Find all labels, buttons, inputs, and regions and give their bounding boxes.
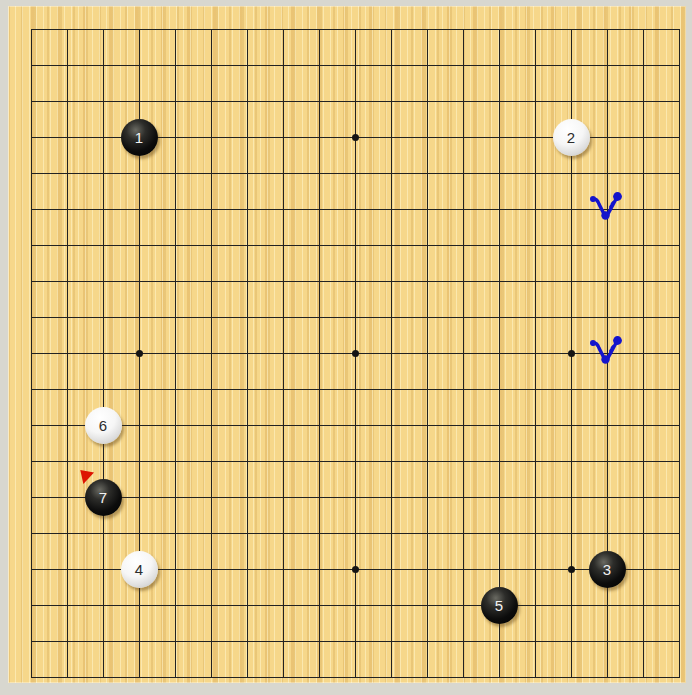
- board-intersection[interactable]: [445, 47, 481, 83]
- board-intersection[interactable]: [409, 83, 445, 119]
- board-intersection[interactable]: [301, 551, 337, 587]
- board-intersection[interactable]: [265, 479, 301, 515]
- board-intersection[interactable]: [517, 11, 553, 47]
- board-intersection[interactable]: [265, 227, 301, 263]
- board-intersection[interactable]: [589, 11, 625, 47]
- board-intersection[interactable]: [481, 515, 517, 551]
- board-intersection[interactable]: [13, 83, 49, 119]
- board-intersection[interactable]: [481, 227, 517, 263]
- board-intersection[interactable]: [85, 623, 121, 659]
- board-intersection[interactable]: [265, 587, 301, 623]
- board-intersection[interactable]: [337, 155, 373, 191]
- board-intersection[interactable]: [445, 83, 481, 119]
- board-intersection[interactable]: [373, 371, 409, 407]
- board-intersection[interactable]: [229, 443, 265, 479]
- board-intersection[interactable]: [337, 371, 373, 407]
- board-intersection[interactable]: [193, 407, 229, 443]
- board-intersection[interactable]: [661, 299, 692, 335]
- board-intersection[interactable]: [625, 263, 661, 299]
- board-intersection[interactable]: [553, 443, 589, 479]
- board-intersection[interactable]: [229, 119, 265, 155]
- board-intersection[interactable]: [373, 623, 409, 659]
- board-intersection[interactable]: [373, 47, 409, 83]
- board-intersection[interactable]: [409, 227, 445, 263]
- board-intersection[interactable]: [157, 623, 193, 659]
- board-intersection[interactable]: [301, 191, 337, 227]
- board-intersection[interactable]: [517, 623, 553, 659]
- stone-black-7[interactable]: 7: [85, 479, 122, 516]
- board-intersection[interactable]: [193, 47, 229, 83]
- board-intersection[interactable]: [481, 155, 517, 191]
- board-intersection[interactable]: [589, 263, 625, 299]
- board-intersection[interactable]: [49, 371, 85, 407]
- board-intersection[interactable]: [301, 587, 337, 623]
- board-intersection[interactable]: [553, 479, 589, 515]
- board-intersection[interactable]: [553, 155, 589, 191]
- board-intersection[interactable]: [13, 407, 49, 443]
- board-intersection[interactable]: [85, 299, 121, 335]
- board-intersection[interactable]: [49, 551, 85, 587]
- board-intersection[interactable]: [661, 47, 692, 83]
- board-intersection[interactable]: [229, 551, 265, 587]
- board-intersection[interactable]: [265, 335, 301, 371]
- board-intersection[interactable]: [85, 515, 121, 551]
- board-intersection[interactable]: [13, 263, 49, 299]
- board-intersection[interactable]: [121, 263, 157, 299]
- board-intersection[interactable]: [517, 263, 553, 299]
- board-intersection[interactable]: [85, 119, 121, 155]
- board-intersection[interactable]: [229, 227, 265, 263]
- board-intersection[interactable]: [373, 551, 409, 587]
- board-intersection[interactable]: [13, 443, 49, 479]
- board-intersection[interactable]: [265, 83, 301, 119]
- board-intersection[interactable]: [85, 551, 121, 587]
- board-intersection[interactable]: [481, 263, 517, 299]
- board-intersection[interactable]: [445, 227, 481, 263]
- board-intersection[interactable]: [337, 83, 373, 119]
- board-intersection[interactable]: [589, 191, 625, 227]
- board-intersection[interactable]: [661, 155, 692, 191]
- stone-black-5[interactable]: 5: [481, 587, 518, 624]
- board-intersection[interactable]: [85, 371, 121, 407]
- board-intersection[interactable]: [481, 407, 517, 443]
- board-intersection[interactable]: [13, 155, 49, 191]
- board-intersection[interactable]: [517, 227, 553, 263]
- board-intersection[interactable]: [13, 551, 49, 587]
- board-intersection[interactable]: [337, 407, 373, 443]
- stone-white-4[interactable]: 4: [121, 551, 158, 588]
- board-intersection[interactable]: [337, 515, 373, 551]
- board-intersection[interactable]: [661, 191, 692, 227]
- board-intersection[interactable]: [265, 371, 301, 407]
- board-intersection[interactable]: [157, 155, 193, 191]
- board-intersection[interactable]: [229, 515, 265, 551]
- board-intersection[interactable]: [445, 623, 481, 659]
- board-intersection[interactable]: [85, 587, 121, 623]
- board-intersection[interactable]: [121, 659, 157, 695]
- stone-white-6[interactable]: 6: [85, 407, 122, 444]
- board-intersection[interactable]: [373, 191, 409, 227]
- board-intersection[interactable]: [661, 479, 692, 515]
- board-intersection[interactable]: [481, 299, 517, 335]
- board-intersection[interactable]: [193, 11, 229, 47]
- board-intersection[interactable]: [337, 191, 373, 227]
- board-intersection[interactable]: [265, 623, 301, 659]
- board-intersection[interactable]: [193, 479, 229, 515]
- board-intersection[interactable]: [85, 443, 121, 479]
- board-intersection[interactable]: [265, 263, 301, 299]
- board-intersection[interactable]: [589, 407, 625, 443]
- board-intersection[interactable]: [13, 335, 49, 371]
- board-intersection[interactable]: [49, 155, 85, 191]
- board-intersection[interactable]: [301, 83, 337, 119]
- board-intersection[interactable]: [301, 299, 337, 335]
- board-intersection[interactable]: [481, 551, 517, 587]
- board-intersection[interactable]: [301, 623, 337, 659]
- board-intersection[interactable]: [193, 371, 229, 407]
- board-intersection[interactable]: [229, 623, 265, 659]
- board-intersection[interactable]: [661, 551, 692, 587]
- board-intersection[interactable]: [193, 227, 229, 263]
- board-intersection[interactable]: [229, 479, 265, 515]
- board-intersection[interactable]: [157, 479, 193, 515]
- board-intersection[interactable]: [409, 407, 445, 443]
- board-intersection[interactable]: [337, 47, 373, 83]
- board-intersection[interactable]: [625, 335, 661, 371]
- board-intersection[interactable]: [121, 479, 157, 515]
- board-intersection[interactable]: [481, 83, 517, 119]
- board-intersection[interactable]: [121, 371, 157, 407]
- board-intersection[interactable]: [445, 263, 481, 299]
- board-intersection[interactable]: [625, 587, 661, 623]
- board-intersection[interactable]: [625, 47, 661, 83]
- board-intersection[interactable]: [481, 659, 517, 695]
- board-intersection[interactable]: [49, 335, 85, 371]
- board-intersection[interactable]: [13, 227, 49, 263]
- board-intersection[interactable]: [121, 335, 157, 371]
- board-intersection[interactable]: [481, 623, 517, 659]
- board-intersection[interactable]: [13, 659, 49, 695]
- board-intersection[interactable]: [517, 551, 553, 587]
- board-intersection[interactable]: [589, 119, 625, 155]
- board-intersection[interactable]: [589, 299, 625, 335]
- board-intersection[interactable]: [625, 11, 661, 47]
- board-intersection[interactable]: [265, 47, 301, 83]
- board-intersection[interactable]: [589, 443, 625, 479]
- board-intersection[interactable]: [589, 155, 625, 191]
- board-intersection[interactable]: [229, 371, 265, 407]
- board-intersection[interactable]: [409, 119, 445, 155]
- board-intersection[interactable]: [157, 515, 193, 551]
- board-intersection[interactable]: [337, 119, 373, 155]
- board-intersection[interactable]: [589, 659, 625, 695]
- board-intersection[interactable]: [373, 299, 409, 335]
- board-intersection[interactable]: [661, 371, 692, 407]
- board-intersection[interactable]: [157, 443, 193, 479]
- stone-black-1[interactable]: 1: [121, 119, 158, 156]
- board-intersection[interactable]: [121, 623, 157, 659]
- board-intersection[interactable]: [13, 191, 49, 227]
- board-intersection[interactable]: [589, 335, 625, 371]
- board-intersection[interactable]: [373, 227, 409, 263]
- board-intersection[interactable]: [409, 155, 445, 191]
- board-intersection[interactable]: [553, 191, 589, 227]
- stone-white-2[interactable]: 2: [553, 119, 590, 156]
- board-intersection[interactable]: [625, 299, 661, 335]
- board-intersection[interactable]: [193, 299, 229, 335]
- board-intersection[interactable]: [301, 479, 337, 515]
- board-intersection[interactable]: [229, 407, 265, 443]
- board-intersection[interactable]: [517, 191, 553, 227]
- board-intersection[interactable]: [49, 47, 85, 83]
- board-intersection[interactable]: [445, 11, 481, 47]
- board-intersection[interactable]: [445, 371, 481, 407]
- board-intersection[interactable]: [13, 371, 49, 407]
- board-intersection[interactable]: [229, 47, 265, 83]
- board-intersection[interactable]: [121, 155, 157, 191]
- board-intersection[interactable]: [85, 83, 121, 119]
- board-intersection[interactable]: [445, 443, 481, 479]
- board-intersection[interactable]: [157, 11, 193, 47]
- board-intersection[interactable]: [301, 119, 337, 155]
- board-intersection[interactable]: [49, 623, 85, 659]
- board-intersection[interactable]: [121, 299, 157, 335]
- board-intersection[interactable]: [193, 515, 229, 551]
- board-intersection[interactable]: [157, 335, 193, 371]
- board-intersection[interactable]: [409, 659, 445, 695]
- board-intersection[interactable]: [553, 587, 589, 623]
- board-intersection[interactable]: [661, 335, 692, 371]
- board-intersection[interactable]: [625, 371, 661, 407]
- board-intersection[interactable]: [121, 407, 157, 443]
- board-intersection[interactable]: [49, 587, 85, 623]
- board-intersection[interactable]: [409, 515, 445, 551]
- board-intersection[interactable]: [409, 479, 445, 515]
- board-intersection[interactable]: [409, 299, 445, 335]
- board-intersection[interactable]: [85, 335, 121, 371]
- board-intersection[interactable]: [517, 119, 553, 155]
- board-intersection[interactable]: [589, 371, 625, 407]
- board-intersection[interactable]: [553, 551, 589, 587]
- board-intersection[interactable]: [301, 371, 337, 407]
- board-intersection[interactable]: [49, 299, 85, 335]
- board-intersection[interactable]: [85, 11, 121, 47]
- board-intersection[interactable]: [445, 407, 481, 443]
- board-intersection[interactable]: [409, 551, 445, 587]
- board-intersection[interactable]: [517, 335, 553, 371]
- board-intersection[interactable]: [481, 479, 517, 515]
- board-intersection[interactable]: [625, 551, 661, 587]
- board-intersection[interactable]: [13, 299, 49, 335]
- board-intersection[interactable]: [517, 47, 553, 83]
- board-intersection[interactable]: [373, 515, 409, 551]
- board-intersection[interactable]: [301, 11, 337, 47]
- board-intersection[interactable]: [157, 407, 193, 443]
- board-intersection[interactable]: [85, 659, 121, 695]
- board-intersection[interactable]: [373, 407, 409, 443]
- board-intersection[interactable]: [337, 551, 373, 587]
- board-intersection[interactable]: [265, 299, 301, 335]
- board-intersection[interactable]: [589, 515, 625, 551]
- board-intersection[interactable]: [409, 443, 445, 479]
- board-intersection[interactable]: [157, 587, 193, 623]
- board-intersection[interactable]: [157, 371, 193, 407]
- board-intersection[interactable]: [13, 587, 49, 623]
- board-intersection[interactable]: [49, 659, 85, 695]
- board-intersection[interactable]: [553, 407, 589, 443]
- board-intersection[interactable]: [13, 623, 49, 659]
- board-intersection[interactable]: [661, 11, 692, 47]
- board-intersection[interactable]: [373, 263, 409, 299]
- board-intersection[interactable]: [517, 587, 553, 623]
- board-intersection[interactable]: [121, 191, 157, 227]
- board-intersection[interactable]: [517, 659, 553, 695]
- board-intersection[interactable]: [229, 263, 265, 299]
- board-intersection[interactable]: [445, 299, 481, 335]
- board-intersection[interactable]: [193, 263, 229, 299]
- board-intersection[interactable]: [409, 263, 445, 299]
- board-intersection[interactable]: [661, 515, 692, 551]
- board-intersection[interactable]: [661, 587, 692, 623]
- board-intersection[interactable]: [121, 515, 157, 551]
- board-intersection[interactable]: [445, 551, 481, 587]
- board-intersection[interactable]: [661, 623, 692, 659]
- board-intersection[interactable]: [49, 11, 85, 47]
- board-intersection[interactable]: [157, 227, 193, 263]
- board-intersection[interactable]: [229, 83, 265, 119]
- board-intersection[interactable]: [553, 659, 589, 695]
- board-intersection[interactable]: [265, 407, 301, 443]
- board-intersection[interactable]: [301, 227, 337, 263]
- board-intersection[interactable]: [265, 155, 301, 191]
- board-intersection[interactable]: [49, 479, 85, 515]
- board-intersection[interactable]: [337, 11, 373, 47]
- board-intersection[interactable]: [337, 659, 373, 695]
- board-intersection[interactable]: [481, 191, 517, 227]
- board-intersection[interactable]: [265, 119, 301, 155]
- board-intersection[interactable]: [373, 443, 409, 479]
- board-intersection[interactable]: [13, 515, 49, 551]
- board-intersection[interactable]: [625, 191, 661, 227]
- board-intersection[interactable]: [661, 83, 692, 119]
- board-intersection[interactable]: [157, 191, 193, 227]
- board-intersection[interactable]: [445, 335, 481, 371]
- board-intersection[interactable]: [157, 263, 193, 299]
- board-intersection[interactable]: [49, 443, 85, 479]
- board-intersection[interactable]: [553, 11, 589, 47]
- board-intersection[interactable]: [445, 119, 481, 155]
- stone-black-3[interactable]: 3: [589, 551, 626, 588]
- board-intersection[interactable]: [85, 191, 121, 227]
- board-intersection[interactable]: [553, 47, 589, 83]
- board-intersection[interactable]: [481, 443, 517, 479]
- board-intersection[interactable]: [301, 443, 337, 479]
- board-intersection[interactable]: [229, 299, 265, 335]
- board-intersection[interactable]: [553, 299, 589, 335]
- board-intersection[interactable]: [517, 407, 553, 443]
- board-intersection[interactable]: [229, 191, 265, 227]
- board-intersection[interactable]: [157, 551, 193, 587]
- board-intersection[interactable]: [517, 299, 553, 335]
- board-intersection[interactable]: [229, 11, 265, 47]
- board-intersection[interactable]: [517, 515, 553, 551]
- board-intersection[interactable]: [625, 227, 661, 263]
- board-intersection[interactable]: [13, 479, 49, 515]
- board-intersection[interactable]: [85, 47, 121, 83]
- board-intersection[interactable]: [157, 659, 193, 695]
- board-intersection[interactable]: [445, 191, 481, 227]
- board-intersection[interactable]: [445, 587, 481, 623]
- board-intersection[interactable]: [121, 47, 157, 83]
- board-intersection[interactable]: [661, 407, 692, 443]
- board-intersection[interactable]: [517, 155, 553, 191]
- board-intersection[interactable]: [589, 47, 625, 83]
- board-intersection[interactable]: [301, 263, 337, 299]
- board-intersection[interactable]: [301, 47, 337, 83]
- board-intersection[interactable]: [409, 623, 445, 659]
- board-intersection[interactable]: [13, 119, 49, 155]
- board-intersection[interactable]: [157, 119, 193, 155]
- board-intersection[interactable]: [265, 659, 301, 695]
- board-intersection[interactable]: [373, 11, 409, 47]
- board-intersection[interactable]: [337, 335, 373, 371]
- board-intersection[interactable]: [409, 371, 445, 407]
- board-intersection[interactable]: [157, 299, 193, 335]
- board-intersection[interactable]: [337, 227, 373, 263]
- board-intersection[interactable]: [661, 659, 692, 695]
- board-intersection[interactable]: [517, 479, 553, 515]
- board-intersection[interactable]: [337, 587, 373, 623]
- board-intersection[interactable]: [301, 155, 337, 191]
- board-intersection[interactable]: [193, 623, 229, 659]
- board-intersection[interactable]: [121, 587, 157, 623]
- board-intersection[interactable]: [229, 587, 265, 623]
- board-intersection[interactable]: [265, 515, 301, 551]
- board-intersection[interactable]: [265, 551, 301, 587]
- board-intersection[interactable]: [553, 623, 589, 659]
- board-intersection[interactable]: [553, 227, 589, 263]
- board-intersection[interactable]: [445, 155, 481, 191]
- board-intersection[interactable]: [517, 443, 553, 479]
- board-intersection[interactable]: [337, 479, 373, 515]
- board-intersection[interactable]: [625, 83, 661, 119]
- board-intersection[interactable]: [625, 659, 661, 695]
- board-intersection[interactable]: [589, 479, 625, 515]
- board-intersection[interactable]: [229, 659, 265, 695]
- board-intersection[interactable]: [301, 335, 337, 371]
- board-intersection[interactable]: [337, 263, 373, 299]
- board-intersection[interactable]: [409, 191, 445, 227]
- board-intersection[interactable]: [229, 335, 265, 371]
- board-intersection[interactable]: [445, 515, 481, 551]
- board-intersection[interactable]: [337, 299, 373, 335]
- board-intersection[interactable]: [373, 155, 409, 191]
- board-intersection[interactable]: [625, 623, 661, 659]
- board-intersection[interactable]: [373, 659, 409, 695]
- board-intersection[interactable]: [49, 227, 85, 263]
- board-intersection[interactable]: [445, 659, 481, 695]
- board-intersection[interactable]: [121, 443, 157, 479]
- board-intersection[interactable]: [481, 11, 517, 47]
- board-intersection[interactable]: [85, 155, 121, 191]
- board-intersection[interactable]: [481, 119, 517, 155]
- board-intersection[interactable]: [193, 335, 229, 371]
- board-intersection[interactable]: [553, 83, 589, 119]
- board-intersection[interactable]: [553, 515, 589, 551]
- board-intersection[interactable]: [193, 443, 229, 479]
- board-intersection[interactable]: [49, 515, 85, 551]
- board-intersection[interactable]: [301, 407, 337, 443]
